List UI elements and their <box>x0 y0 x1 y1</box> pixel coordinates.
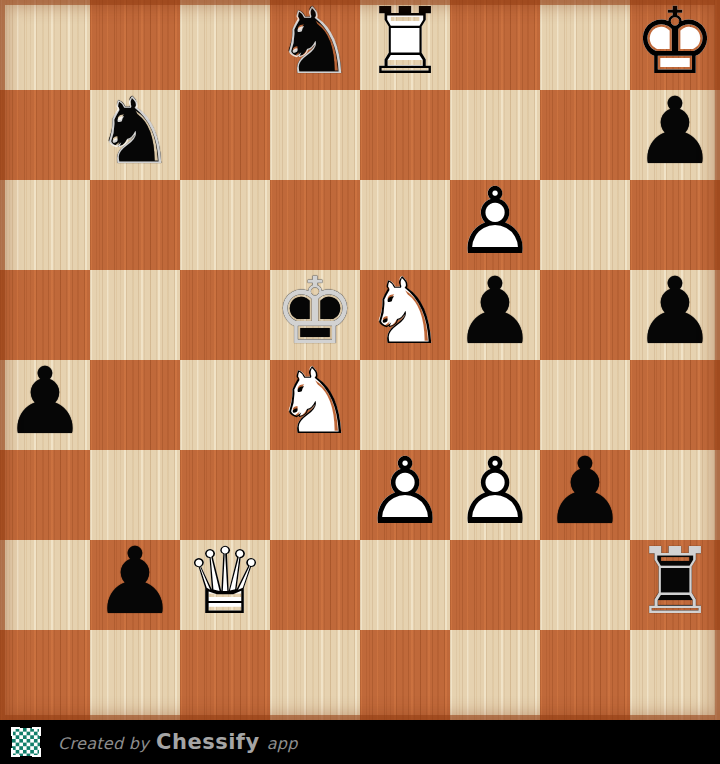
logo-corner-brackets <box>11 727 41 757</box>
square-e8[interactable]: ♜♖ <box>360 0 450 90</box>
square-a2[interactable] <box>0 540 90 630</box>
square-e6[interactable] <box>360 180 450 270</box>
square-f2[interactable] <box>450 540 540 630</box>
square-f3[interactable]: ♟♙ <box>450 450 540 540</box>
footer-credit: Created by Chessify app <box>58 730 298 754</box>
square-c6[interactable] <box>180 180 270 270</box>
square-b6[interactable] <box>90 180 180 270</box>
square-a6[interactable] <box>0 180 90 270</box>
square-h2[interactable]: ♜♖ <box>630 540 720 630</box>
square-c8[interactable] <box>180 0 270 90</box>
square-d7[interactable] <box>270 90 360 180</box>
piece-white-pawn: ♟♙ <box>450 450 540 540</box>
chess-board: ♞♘♜♖♚♔♞♘♟♙♟♙♚♔♞♘♟♙♟♙♟♙♞♘♟♙♟♙♟♙♟♙♛♕♜♖ <box>0 0 720 720</box>
square-a7[interactable] <box>0 90 90 180</box>
square-e7[interactable] <box>360 90 450 180</box>
square-h7[interactable]: ♟♙ <box>630 90 720 180</box>
square-g1[interactable] <box>540 630 630 720</box>
square-a3[interactable] <box>0 450 90 540</box>
piece-black-pawn: ♟♙ <box>450 270 540 360</box>
piece-black-king: ♚♔ <box>270 270 360 360</box>
square-g8[interactable] <box>540 0 630 90</box>
chessify-logo-icon[interactable] <box>8 724 44 760</box>
square-b5[interactable] <box>90 270 180 360</box>
square-g5[interactable] <box>540 270 630 360</box>
square-d8[interactable]: ♞♘ <box>270 0 360 90</box>
square-e2[interactable] <box>360 540 450 630</box>
square-b8[interactable] <box>90 0 180 90</box>
square-c3[interactable] <box>180 450 270 540</box>
square-g7[interactable] <box>540 90 630 180</box>
app-text: app <box>267 734 298 753</box>
square-d4[interactable]: ♞♘ <box>270 360 360 450</box>
square-g6[interactable] <box>540 180 630 270</box>
footer-bar: Created by Chessify app <box>0 720 720 764</box>
square-d1[interactable] <box>270 630 360 720</box>
square-c2[interactable]: ♛♕ <box>180 540 270 630</box>
square-h4[interactable] <box>630 360 720 450</box>
piece-black-pawn: ♟♙ <box>630 270 720 360</box>
piece-black-pawn: ♟♙ <box>540 450 630 540</box>
square-f1[interactable] <box>450 630 540 720</box>
square-g3[interactable]: ♟♙ <box>540 450 630 540</box>
piece-black-pawn: ♟♙ <box>0 360 90 450</box>
piece-black-pawn: ♟♙ <box>630 90 720 180</box>
square-c7[interactable] <box>180 90 270 180</box>
square-e3[interactable]: ♟♙ <box>360 450 450 540</box>
square-a4[interactable]: ♟♙ <box>0 360 90 450</box>
square-h8[interactable]: ♚♔ <box>630 0 720 90</box>
piece-white-king: ♚♔ <box>630 0 720 90</box>
piece-black-rook: ♜♖ <box>630 540 720 630</box>
piece-white-knight: ♞♘ <box>270 360 360 450</box>
square-g2[interactable] <box>540 540 630 630</box>
square-e4[interactable] <box>360 360 450 450</box>
square-d5[interactable]: ♚♔ <box>270 270 360 360</box>
square-g4[interactable] <box>540 360 630 450</box>
square-h1[interactable] <box>630 630 720 720</box>
square-h6[interactable] <box>630 180 720 270</box>
piece-white-pawn: ♟♙ <box>450 180 540 270</box>
piece-black-knight: ♞♘ <box>90 90 180 180</box>
brand-text[interactable]: Chessify <box>156 730 260 754</box>
square-a8[interactable] <box>0 0 90 90</box>
piece-black-pawn: ♟♙ <box>90 540 180 630</box>
square-d3[interactable] <box>270 450 360 540</box>
square-h3[interactable] <box>630 450 720 540</box>
square-e5[interactable]: ♞♘ <box>360 270 450 360</box>
piece-white-pawn: ♟♙ <box>360 450 450 540</box>
piece-white-rook: ♜♖ <box>360 0 450 90</box>
square-f4[interactable] <box>450 360 540 450</box>
square-d6[interactable] <box>270 180 360 270</box>
created-by-text: Created by <box>58 734 149 753</box>
square-c5[interactable] <box>180 270 270 360</box>
square-b3[interactable] <box>90 450 180 540</box>
piece-white-knight: ♞♘ <box>360 270 450 360</box>
piece-white-queen: ♛♕ <box>180 540 270 630</box>
square-c1[interactable] <box>180 630 270 720</box>
square-b4[interactable] <box>90 360 180 450</box>
piece-black-knight: ♞♘ <box>270 0 360 90</box>
square-b2[interactable]: ♟♙ <box>90 540 180 630</box>
square-b1[interactable] <box>90 630 180 720</box>
board-area: ♞♘♜♖♚♔♞♘♟♙♟♙♚♔♞♘♟♙♟♙♟♙♞♘♟♙♟♙♟♙♟♙♛♕♜♖ <box>0 0 720 720</box>
square-f5[interactable]: ♟♙ <box>450 270 540 360</box>
square-e1[interactable] <box>360 630 450 720</box>
square-b7[interactable]: ♞♘ <box>90 90 180 180</box>
square-d2[interactable] <box>270 540 360 630</box>
square-a5[interactable] <box>0 270 90 360</box>
square-a1[interactable] <box>0 630 90 720</box>
square-f6[interactable]: ♟♙ <box>450 180 540 270</box>
square-h5[interactable]: ♟♙ <box>630 270 720 360</box>
chessify-diagram: ♞♘♜♖♚♔♞♘♟♙♟♙♚♔♞♘♟♙♟♙♟♙♞♘♟♙♟♙♟♙♟♙♛♕♜♖ Cre… <box>0 0 720 764</box>
square-f8[interactable] <box>450 0 540 90</box>
square-c4[interactable] <box>180 360 270 450</box>
square-f7[interactable] <box>450 90 540 180</box>
